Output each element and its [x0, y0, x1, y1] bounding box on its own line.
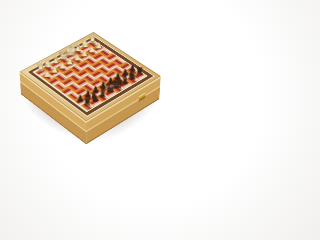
- piece-glyph: ♟: [51, 65, 59, 73]
- piece-glyph: ♟: [66, 57, 74, 65]
- piece-glyph: ♟: [81, 49, 88, 57]
- piece-glyph: ♟: [44, 69, 52, 78]
- product-photo-backdrop: ♜♞♝♛♚♝♞♜♟♟♟♟♟♟♟♟♟♟♟♟♟♟♟♟♜♞♝♛♚♝♞♜: [0, 0, 175, 175]
- box-lid-top: ♜♞♝♛♚♝♞♜♟♟♟♟♟♟♟♟♟♟♟♟♟♟♟♟♜♞♝♛♚♝♞♜: [20, 32, 161, 121]
- piece-glyph: ♟: [95, 41, 102, 49]
- piece-glyph: ♟: [88, 45, 95, 53]
- piece-glyph: ♟: [74, 53, 81, 61]
- brass-clasp-icon: [139, 92, 146, 101]
- piece-glyph: ♜: [83, 97, 92, 107]
- piece-glyph: ♟: [59, 61, 67, 69]
